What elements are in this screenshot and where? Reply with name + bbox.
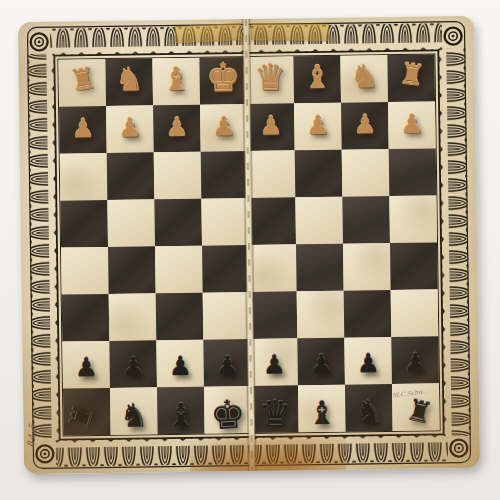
piece-black-knight[interactable]: ♞ [354,396,383,428]
square-b3[interactable] [342,149,390,197]
square-c3[interactable] [295,150,343,198]
square-a1[interactable]: ♜ [387,54,435,102]
square-c1[interactable]: ♝ [293,56,341,104]
piece-white-pawn[interactable]: ♟ [165,113,189,139]
piece-white-pawn[interactable]: ♟ [306,111,330,137]
square-b2[interactable]: ♟ [341,102,389,150]
square-d5[interactable] [249,244,297,292]
square-c8[interactable]: ♝ [298,385,346,433]
square-f6[interactable] [156,293,204,341]
square-d8[interactable]: ♛ [251,385,299,433]
square-g1[interactable]: ♞ [105,58,153,106]
square-b4[interactable] [342,196,390,244]
square-f8[interactable]: ♝ [157,387,205,435]
photo-background: ♜♞♝♚♛♝♞♜♟♟♟♟♟♟♟♟♟♟♟♟♟♟♟♟♜♞♝♚♛♝♞♜ 84.5 M.… [0,0,500,500]
square-f2[interactable]: ♟ [153,105,201,153]
piece-white-pawn[interactable]: ♟ [400,110,424,136]
square-f5[interactable] [155,246,203,294]
piece-white-pawn[interactable]: ♟ [212,113,236,139]
piece-black-knight[interactable]: ♞ [119,399,148,431]
piece-black-queen[interactable]: ♛ [258,395,291,431]
square-c2[interactable]: ♟ [294,103,342,151]
piece-white-rook[interactable]: ♜ [67,63,98,96]
square-h2[interactable]: ♟ [59,106,107,154]
piece-black-pawn[interactable]: ♟ [356,350,380,376]
piece-white-bishop[interactable]: ♝ [162,62,191,94]
square-f4[interactable] [154,199,202,247]
piece-black-pawn[interactable]: ♟ [74,354,98,380]
piece-white-pawn[interactable]: ♟ [118,114,142,140]
piece-black-pawn[interactable]: ♟ [403,349,427,375]
square-g7[interactable]: ♟ [109,340,157,388]
piece-black-pawn[interactable]: ♟ [309,350,333,376]
square-a4[interactable] [389,195,437,243]
piece-black-pawn[interactable]: ♟ [121,353,145,379]
square-a7[interactable]: ♟ [391,336,439,384]
piece-white-pawn[interactable]: ♟ [353,111,377,137]
square-b5[interactable] [343,243,391,291]
square-a2[interactable]: ♟ [388,101,436,149]
square-c4[interactable] [295,197,343,245]
square-e4[interactable] [201,198,249,246]
square-h5[interactable] [61,247,109,295]
piece-black-rook[interactable]: ♜ [403,395,435,429]
square-g2[interactable]: ♟ [106,105,154,153]
piece-black-pawn[interactable]: ♟ [215,352,239,378]
square-e5[interactable] [202,245,250,293]
piece-black-king[interactable]: ♚ [209,394,246,435]
square-h4[interactable] [60,200,108,248]
tape-right [251,23,329,41]
piece-white-rook[interactable]: ♜ [396,59,425,91]
piece-black-bishop[interactable]: ♝ [166,398,195,430]
square-h3[interactable] [60,153,108,201]
square-e6[interactable] [203,292,251,340]
piece-black-pawn[interactable]: ♟ [168,352,192,378]
square-d4[interactable] [248,197,296,245]
piece-white-pawn[interactable]: ♟ [259,112,283,138]
piece-white-knight[interactable]: ♞ [115,63,144,95]
square-d6[interactable] [250,291,298,339]
square-c6[interactable] [297,291,345,339]
square-d1[interactable]: ♛ [246,56,294,104]
square-b6[interactable] [344,290,392,338]
square-g5[interactable] [108,246,156,294]
square-h6[interactable] [62,294,110,342]
square-d3[interactable] [248,150,296,198]
square-f3[interactable] [154,152,202,200]
square-b8[interactable]: ♞ [345,384,393,432]
tape-left [175,23,242,43]
piece-black-pawn[interactable]: ♟ [262,351,286,377]
square-a5[interactable] [390,242,438,290]
piece-white-pawn[interactable]: ♟ [71,115,95,141]
chessboard: ♜♞♝♚♛♝♞♜♟♟♟♟♟♟♟♟♟♟♟♟♟♟♟♟♜♞♝♚♛♝♞♜ 84.5 M.… [18,16,480,474]
square-h1[interactable]: ♜ [58,59,106,107]
square-e3[interactable] [201,151,249,199]
square-b7[interactable]: ♟ [344,337,392,385]
square-e1[interactable]: ♚ [199,57,247,105]
square-e8[interactable]: ♚ [204,386,252,434]
square-f7[interactable]: ♟ [156,340,204,388]
square-g6[interactable] [109,293,157,341]
piece-white-king[interactable]: ♚ [205,58,241,97]
square-c5[interactable] [296,244,344,292]
square-e7[interactable]: ♟ [203,339,251,387]
square-b1[interactable]: ♞ [340,55,388,103]
square-d2[interactable]: ♟ [247,103,295,151]
piece-white-queen[interactable]: ♛ [254,59,287,95]
square-a6[interactable] [391,289,439,337]
square-g4[interactable] [107,199,155,247]
square-g8[interactable]: ♞ [110,387,158,435]
piece-black-bishop[interactable]: ♝ [307,396,336,428]
board-grid: ♜♞♝♚♛♝♞♜♟♟♟♟♟♟♟♟♟♟♟♟♟♟♟♟♜♞♝♚♛♝♞♜ [58,54,439,435]
square-g3[interactable] [107,152,155,200]
square-a3[interactable] [389,148,437,196]
square-h7[interactable]: ♟ [62,341,110,389]
square-h8[interactable]: ♜ [63,388,111,436]
piece-white-knight[interactable]: ♞ [350,60,379,92]
square-c7[interactable]: ♟ [297,338,345,386]
piece-black-rook[interactable]: ♜ [64,401,99,434]
square-e2[interactable]: ♟ [200,104,248,152]
square-d7[interactable]: ♟ [250,338,298,386]
square-f1[interactable]: ♝ [152,58,200,106]
piece-white-bishop[interactable]: ♝ [303,60,332,92]
